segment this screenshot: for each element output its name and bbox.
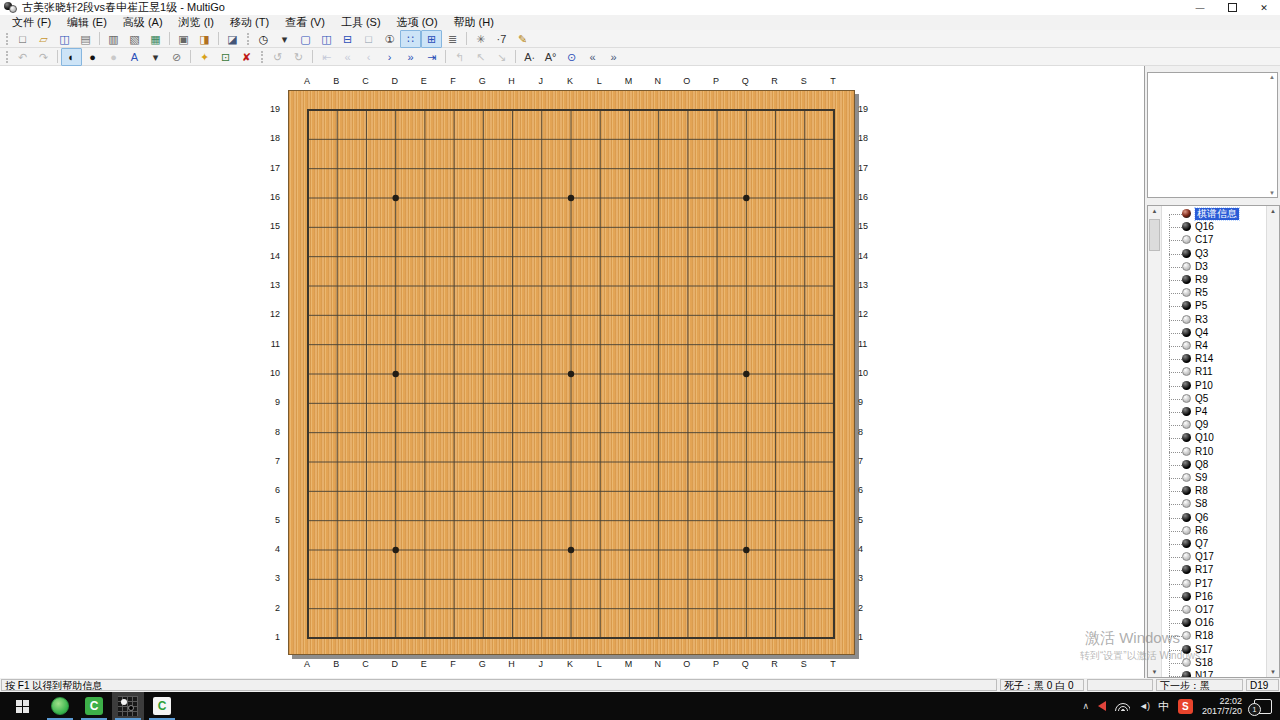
toolbar-separator xyxy=(99,32,100,45)
tree-node-move-32[interactable]: R18 xyxy=(1195,630,1213,642)
coord-letter-bottom-R: R xyxy=(765,659,785,669)
coord-number-left-10: 10 xyxy=(258,368,280,378)
coord-letter-bottom-S: S xyxy=(794,659,814,669)
coord-letter-top-J: J xyxy=(531,76,551,86)
tree-connector xyxy=(1169,372,1182,373)
coord-letter-bottom-M: M xyxy=(618,659,638,669)
windows-logo-icon xyxy=(16,700,29,713)
tree-node-root[interactable]: 棋谱信息 xyxy=(1195,208,1239,220)
toggle-node-list-button[interactable]: ⊞ xyxy=(421,30,442,48)
coord-letter-bottom-T: T xyxy=(823,659,843,669)
menu-item-8[interactable]: 帮助 (H) xyxy=(446,15,502,30)
star-point xyxy=(743,547,749,553)
tree-node-move-27[interactable]: R17 xyxy=(1195,564,1213,576)
stone-icon-black[interactable] xyxy=(1182,354,1191,363)
close-icon: ✕ xyxy=(1260,3,1268,13)
coord-number-left-9: 9 xyxy=(258,397,280,407)
scroll-down-icon[interactable]: ▼ xyxy=(1267,669,1279,675)
toolbar-separator xyxy=(218,32,219,45)
coord-number-left-15: 15 xyxy=(258,221,280,231)
coord-letter-top-M: M xyxy=(618,76,638,86)
notification-badge: 1 xyxy=(1248,703,1261,716)
camtasia-icon: C xyxy=(85,697,103,715)
save-as-button[interactable]: ▤ xyxy=(75,30,96,48)
tree-connector xyxy=(1169,676,1182,677)
taskbar-clock[interactable]: 22:02 2017/7/20 xyxy=(1202,696,1242,716)
view-plain-button[interactable]: □ xyxy=(358,30,379,48)
copy-button[interactable]: ▣ xyxy=(173,30,194,48)
undo-button[interactable]: ↶ xyxy=(12,48,33,66)
tree-node-move-30[interactable]: O17 xyxy=(1195,604,1214,616)
stone-icon-black[interactable] xyxy=(1182,249,1191,258)
toolbar-separator xyxy=(312,50,313,63)
coord-letter-top-C: C xyxy=(355,76,375,86)
taskbar-app-c[interactable]: C xyxy=(146,692,178,720)
toggle-next-move-mark-button[interactable]: ∷ xyxy=(400,30,421,48)
system-tray: ∧ ◄) 中 S 22:02 2017/7/20 1 xyxy=(1082,692,1278,720)
game-info-button[interactable]: ◪ xyxy=(222,30,243,48)
board-grid xyxy=(289,91,856,656)
tree-node-move-17[interactable]: Q10 xyxy=(1195,432,1214,444)
scroll-up-icon[interactable]: ▲ xyxy=(1148,208,1161,214)
find-white-move-button[interactable]: A° xyxy=(540,48,561,66)
tree-connector xyxy=(1169,584,1182,585)
stone-icon-black[interactable] xyxy=(1182,460,1191,469)
stone-icon-black[interactable] xyxy=(1182,381,1191,390)
tree-connector xyxy=(1169,570,1182,571)
tree-node-move-18[interactable]: R10 xyxy=(1195,446,1213,458)
restore-icon xyxy=(1228,3,1237,12)
restore-button[interactable] xyxy=(1216,0,1248,15)
stone-icon-black[interactable] xyxy=(1182,486,1191,495)
coord-letter-bottom-A: A xyxy=(297,659,317,669)
coord-number-right-7: 7 xyxy=(858,456,880,466)
stone-icon-white[interactable] xyxy=(1182,262,1191,271)
edit-move-number-button[interactable]: ·7 xyxy=(491,30,512,48)
coord-letter-bottom-E: E xyxy=(414,659,434,669)
tree-node-move-15[interactable]: P4 xyxy=(1195,406,1207,418)
paste-button[interactable]: ◨ xyxy=(194,30,215,48)
coord-number-left-14: 14 xyxy=(258,251,280,261)
new-file-button[interactable]: □ xyxy=(12,30,33,48)
wifi-icon[interactable] xyxy=(1115,701,1130,711)
coord-number-right-8: 8 xyxy=(858,427,880,437)
star-point xyxy=(392,371,398,377)
coord-letter-top-A: A xyxy=(297,76,317,86)
nav-last-button[interactable]: ⇥ xyxy=(421,48,442,66)
window-title: 古美张晓轩2段vs春申崔正昱1级 - MultiGo xyxy=(22,0,225,15)
stone-icon-white[interactable] xyxy=(1182,473,1191,482)
toolbar-separator xyxy=(445,50,446,63)
minimize-icon: — xyxy=(1196,3,1205,13)
nav-back10-button[interactable]: « xyxy=(337,48,358,66)
tree-connector xyxy=(1169,214,1182,215)
coord-letter-top-R: R xyxy=(765,76,785,86)
coord-number-left-12: 12 xyxy=(258,309,280,319)
stone-icon-black[interactable] xyxy=(1182,513,1191,522)
tree-node-move-4[interactable]: D3 xyxy=(1195,261,1208,273)
coord-number-right-3: 3 xyxy=(858,573,880,583)
stone-icon-white[interactable] xyxy=(1182,367,1191,376)
coord-letter-top-F: F xyxy=(443,76,463,86)
menu-item-7[interactable]: 选项 (O) xyxy=(389,15,446,30)
coord-letter-bottom-J: J xyxy=(531,659,551,669)
tools-button[interactable]: ✳ xyxy=(470,30,491,48)
nav-first-button[interactable]: ⇤ xyxy=(316,48,337,66)
menu-item-2[interactable]: 高级 (A) xyxy=(115,15,171,30)
coord-number-right-10: 10 xyxy=(858,368,880,378)
tree-connector xyxy=(1169,452,1182,453)
menu-item-4[interactable]: 移动 (T) xyxy=(222,15,277,30)
mode-alternate-button[interactable]: ◐ xyxy=(61,48,82,66)
coord-number-right-11: 11 xyxy=(858,339,880,349)
delete-node-button[interactable]: ✘ xyxy=(236,48,257,66)
minimize-button[interactable]: — xyxy=(1184,0,1216,15)
coord-letter-top-T: T xyxy=(823,76,843,86)
tree-node-move-24[interactable]: R6 xyxy=(1195,525,1208,537)
stone-icon-white[interactable] xyxy=(1182,420,1191,429)
mode-erase-button[interactable]: ⊘ xyxy=(166,48,187,66)
setup-position-button[interactable]: ⊡ xyxy=(215,48,236,66)
star-point xyxy=(392,195,398,201)
tree-connector xyxy=(1169,267,1182,268)
star-point xyxy=(568,371,574,377)
mode-label-button[interactable]: A xyxy=(124,48,145,66)
coord-letter-bottom-C: C xyxy=(355,659,375,669)
clock-date: 2017/7/20 xyxy=(1202,706,1242,716)
tree-node-move-26[interactable]: Q17 xyxy=(1195,551,1214,563)
coord-number-right-4: 4 xyxy=(858,544,880,554)
start-button[interactable] xyxy=(0,692,44,720)
autoplay-clock-button[interactable]: ◷ xyxy=(253,30,274,48)
coord-number-left-4: 4 xyxy=(258,544,280,554)
coord-letter-top-D: D xyxy=(385,76,405,86)
tree-connector xyxy=(1169,650,1182,651)
stone-icon-white[interactable] xyxy=(1182,394,1191,403)
tree-node-move-14[interactable]: Q5 xyxy=(1195,393,1208,405)
coord-number-left-11: 11 xyxy=(258,339,280,349)
stone-icon-black[interactable] xyxy=(1182,222,1191,231)
rotate-cw-button[interactable]: ↻ xyxy=(288,48,309,66)
scroll-up-icon[interactable]: ▲ xyxy=(1267,208,1279,214)
var-next-button[interactable]: ↘ xyxy=(491,48,512,66)
tree-connector xyxy=(1169,531,1182,532)
tree-scrollbar-right[interactable]: ▲ ▼ xyxy=(1266,206,1279,677)
tree-scrollbar-left[interactable]: ▲ ▼ xyxy=(1148,206,1162,677)
comment-scroll-up-icon[interactable]: ▲ xyxy=(1269,74,1275,80)
coord-number-left-1: 1 xyxy=(258,632,280,642)
coord-letter-bottom-B: B xyxy=(326,659,346,669)
stone-icon-black[interactable] xyxy=(1182,433,1191,442)
ime-indicator[interactable]: 中 xyxy=(1158,699,1169,714)
tree-node-move-29[interactable]: P16 xyxy=(1195,591,1213,603)
coord-letter-top-O: O xyxy=(677,76,697,86)
coord-number-right-18: 18 xyxy=(858,133,880,143)
tree-node-move-28[interactable]: P17 xyxy=(1195,578,1213,590)
tree-node-move-22[interactable]: S8 xyxy=(1195,498,1207,510)
save-file-button[interactable]: ◫ xyxy=(54,30,75,48)
coord-letter-top-L: L xyxy=(589,76,609,86)
mode-white-stone-button[interactable]: ● xyxy=(103,48,124,66)
browser-icon xyxy=(51,697,69,715)
find-button[interactable]: ⊙ xyxy=(561,48,582,66)
mode-black-stone-button[interactable]: ● xyxy=(82,48,103,66)
coord-number-right-15: 15 xyxy=(858,221,880,231)
menu-bar: 文件 (F)编辑 (E)高级 (A)浏览 (I)移动 (T)查看 (V)工具 (… xyxy=(0,15,1280,30)
var-prev-button[interactable]: ↖ xyxy=(470,48,491,66)
comment-panel[interactable]: ▲ ▼ xyxy=(1147,72,1278,198)
stone-icon-black[interactable] xyxy=(1182,618,1191,627)
tree-node-move-31[interactable]: O16 xyxy=(1195,617,1214,629)
tree-connector xyxy=(1169,346,1182,347)
tree-node-move-2[interactable]: C17 xyxy=(1195,234,1213,246)
tree-connector xyxy=(1169,438,1182,439)
nav-back-button[interactable]: ‹ xyxy=(358,48,379,66)
tree-node-move-23[interactable]: Q6 xyxy=(1195,512,1208,524)
tree-node-move-20[interactable]: S9 xyxy=(1195,472,1207,484)
var-parent-button[interactable]: ↰ xyxy=(449,48,470,66)
coord-letter-bottom-N: N xyxy=(648,659,668,669)
tree-node-move-8[interactable]: R3 xyxy=(1195,314,1208,326)
nav-forward-button[interactable]: › xyxy=(379,48,400,66)
stone-icon-white[interactable] xyxy=(1182,315,1191,324)
tree-node-move-6[interactable]: R5 xyxy=(1195,287,1208,299)
redo-button[interactable]: ↷ xyxy=(33,48,54,66)
tree-connector xyxy=(1169,386,1182,387)
stone-icon-white[interactable] xyxy=(1182,579,1191,588)
find-black-move-button[interactable]: A∙ xyxy=(519,48,540,66)
stone-icon-black[interactable] xyxy=(1182,645,1191,654)
tree-node-move-35[interactable]: N17 xyxy=(1195,670,1213,677)
right-panel: ▲ ▼ ▲ ▼ 棋谱信息Q16C17Q3D3R9R5P5R3Q4R4R14R11… xyxy=(1145,66,1280,678)
go-board-icon xyxy=(118,696,138,716)
coord-letter-top-G: G xyxy=(472,76,492,86)
tree-node-move-34[interactable]: S18 xyxy=(1195,657,1213,669)
star-point xyxy=(392,547,398,553)
tree-node-move-12[interactable]: R11 xyxy=(1195,366,1213,378)
stone-icon-black[interactable] xyxy=(1182,275,1191,284)
go-board[interactable] xyxy=(288,90,855,655)
tree-connector xyxy=(1169,478,1182,479)
coord-number-left-17: 17 xyxy=(258,163,280,173)
stone-icon-white[interactable] xyxy=(1182,499,1191,508)
coord-letter-top-Q: Q xyxy=(735,76,755,86)
toolbar-edit-navigate: ↶↷◐●●A▾⊘✦⊡✘↺↻⇤«‹›»⇥↰↖↘A∙A°⊙«» xyxy=(0,48,1280,66)
stone-icon-black[interactable] xyxy=(1182,671,1191,677)
stone-icon-black[interactable] xyxy=(1182,565,1191,574)
taskbar-app-multigo[interactable] xyxy=(112,692,144,720)
coord-letter-bottom-L: L xyxy=(589,659,609,669)
clean-board-button[interactable]: ✎ xyxy=(512,30,533,48)
tree-node-move-33[interactable]: S17 xyxy=(1195,644,1213,656)
title-bar: 古美张晓轩2段vs春申崔正昱1级 - MultiGo — ✕ xyxy=(0,0,1280,16)
tree-node-move-5[interactable]: R9 xyxy=(1195,274,1208,286)
status-mouse-coordinate: D19 xyxy=(1246,679,1279,691)
tree-connector xyxy=(1169,557,1182,558)
taskbar-app-browser[interactable] xyxy=(44,692,76,720)
speaker-icon[interactable]: ◄) xyxy=(1139,701,1149,711)
coord-letter-top-E: E xyxy=(414,76,434,86)
taskbar-app-camtasia[interactable]: C xyxy=(78,692,110,720)
coord-number-right-9: 9 xyxy=(858,397,880,407)
c-app-icon: C xyxy=(153,697,171,715)
stone-icon-white[interactable] xyxy=(1182,526,1191,535)
sogou-icon[interactable]: S xyxy=(1178,699,1193,714)
move-tree-list: 棋谱信息Q16C17Q3D3R9R5P5R3Q4R4R14R11P10Q5P4Q… xyxy=(1161,206,1267,677)
stone-icon-white[interactable] xyxy=(1182,631,1191,640)
tree-connector xyxy=(1169,280,1182,281)
stone-icon-white[interactable] xyxy=(1182,447,1191,456)
star-point xyxy=(568,547,574,553)
coord-number-left-7: 7 xyxy=(258,456,280,466)
coord-number-left-3: 3 xyxy=(258,573,280,583)
coord-letter-bottom-O: O xyxy=(677,659,697,669)
tree-connector xyxy=(1169,491,1182,492)
coord-letter-bottom-G: G xyxy=(472,659,492,669)
multigo-app-icon xyxy=(4,2,17,14)
tree-node-move-16[interactable]: Q9 xyxy=(1195,419,1208,431)
tree-node-move-21[interactable]: R8 xyxy=(1195,485,1208,497)
status-help-text: 按 F1 以得到帮助信息 xyxy=(1,679,997,691)
stone-icon-black[interactable] xyxy=(1182,301,1191,310)
tree-node-move-25[interactable]: Q7 xyxy=(1195,538,1208,550)
coord-letter-bottom-D: D xyxy=(385,659,405,669)
tree-connector xyxy=(1169,597,1182,598)
tree-connector xyxy=(1169,623,1182,624)
move-tree-panel: ▲ ▼ 棋谱信息Q16C17Q3D3R9R5P5R3Q4R4R14R11P10Q… xyxy=(1147,205,1280,678)
coord-number-right-6: 6 xyxy=(858,485,880,495)
tree-connector xyxy=(1169,465,1182,466)
toolbar-separator xyxy=(466,32,467,45)
coord-letter-bottom-K: K xyxy=(560,659,580,669)
stone-icon-black[interactable] xyxy=(1182,539,1191,548)
tree-connector xyxy=(1169,425,1182,426)
find-next-button[interactable]: » xyxy=(603,48,624,66)
scroll-down-icon[interactable]: ▼ xyxy=(1148,669,1161,675)
coord-number-left-2: 2 xyxy=(258,603,280,613)
toolbar-separator xyxy=(515,50,516,63)
board-area: AABBCCDDEEFFGGHHJJKKLLMMNNOOPPQQRRSSTT19… xyxy=(0,66,1145,678)
tree-node-move-13[interactable]: P10 xyxy=(1195,380,1213,392)
stone-icon-white[interactable] xyxy=(1182,658,1191,667)
coord-number-right-14: 14 xyxy=(858,251,880,261)
toolbar-grip xyxy=(247,33,249,45)
coord-letter-bottom-H: H xyxy=(502,659,522,669)
toolbar-separator xyxy=(190,50,191,63)
print-button[interactable]: ▥ xyxy=(103,30,124,48)
pass-button[interactable]: ✦ xyxy=(194,48,215,66)
stone-icon-white[interactable] xyxy=(1182,288,1191,297)
stone-icon-black[interactable] xyxy=(1182,407,1191,416)
coord-letter-bottom-F: F xyxy=(443,659,463,669)
coord-letter-top-P: P xyxy=(706,76,726,86)
open-file-button[interactable]: ▱ xyxy=(33,30,54,48)
comment-scroll-down-icon[interactable]: ▼ xyxy=(1269,190,1275,196)
tree-trunk-line xyxy=(1169,214,1170,677)
toolbar-grip xyxy=(6,51,8,63)
stone-icon-black[interactable] xyxy=(1182,328,1191,337)
show-move-number-button[interactable]: ① xyxy=(379,30,400,48)
tree-connector xyxy=(1169,227,1182,228)
coord-letter-top-H: H xyxy=(502,76,522,86)
export-image-button[interactable]: ▦ xyxy=(145,30,166,48)
rotate-ccw-button[interactable]: ↺ xyxy=(267,48,288,66)
show-tree-button[interactable]: ≣ xyxy=(442,30,463,48)
tree-node-move-1[interactable]: Q16 xyxy=(1195,221,1214,233)
stone-icon-white[interactable] xyxy=(1182,605,1191,614)
nav-forward10-button[interactable]: » xyxy=(400,48,421,66)
coord-number-left-13: 13 xyxy=(258,280,280,290)
tree-connector xyxy=(1169,663,1182,664)
tree-node-move-7[interactable]: P5 xyxy=(1195,300,1207,312)
tray-expand-icon[interactable]: ∧ xyxy=(1082,701,1089,711)
star-point xyxy=(743,195,749,201)
toolbar-grip xyxy=(6,33,8,45)
flag-icon[interactable] xyxy=(1098,701,1106,711)
mode-label-caret-button[interactable]: ▾ xyxy=(145,48,166,66)
view-split-horizontal-button[interactable]: ⊟ xyxy=(337,30,358,48)
star-point xyxy=(743,371,749,377)
tree-connector xyxy=(1169,359,1182,360)
tree-connector xyxy=(1169,610,1182,611)
root-node-icon[interactable] xyxy=(1182,209,1191,218)
status-captures: 死子：黑 0 白 0 xyxy=(1000,679,1084,691)
menu-item-5[interactable]: 查看 (V) xyxy=(277,15,333,30)
find-prev-button[interactable]: « xyxy=(582,48,603,66)
stone-icon-white[interactable] xyxy=(1182,552,1191,561)
tree-node-move-19[interactable]: Q8 xyxy=(1195,459,1208,471)
taskbar: C C ∧ ◄) 中 S 22:02 2017/7/20 1 xyxy=(0,692,1280,720)
tree-node-move-9[interactable]: Q4 xyxy=(1195,327,1208,339)
notification-icon[interactable]: 1 xyxy=(1254,699,1272,714)
tree-connector xyxy=(1169,544,1182,545)
autoplay-caret-button[interactable]: ▾ xyxy=(274,30,295,48)
stone-icon-black[interactable] xyxy=(1182,592,1191,601)
status-next-move: 下一步：黑 xyxy=(1156,679,1243,691)
coord-letter-top-N: N xyxy=(648,76,668,86)
stone-icon-white[interactable] xyxy=(1182,341,1191,350)
app-window: 古美张晓轩2段vs春申崔正昱1级 - MultiGo — ✕ 文件 (F)编辑 … xyxy=(0,0,1280,720)
tree-connector xyxy=(1169,399,1182,400)
tree-node-move-11[interactable]: R14 xyxy=(1195,353,1213,365)
menu-item-6[interactable]: 工具 (S) xyxy=(333,15,389,30)
tree-node-move-10[interactable]: R4 xyxy=(1195,340,1208,352)
coord-letter-bottom-Q: Q xyxy=(735,659,755,669)
menu-item-1[interactable]: 编辑 (E) xyxy=(59,15,115,30)
menu-item-3[interactable]: 浏览 (I) xyxy=(171,15,222,30)
toolbar-separator xyxy=(169,32,170,45)
tree-connector xyxy=(1169,412,1182,413)
close-button[interactable]: ✕ xyxy=(1248,0,1280,15)
view-board-only-button[interactable]: ▢ xyxy=(295,30,316,48)
print-preview-button[interactable]: ▧ xyxy=(124,30,145,48)
tree-connector xyxy=(1169,254,1182,255)
coord-number-left-6: 6 xyxy=(258,485,280,495)
coord-number-left-8: 8 xyxy=(258,427,280,437)
view-split-vertical-button[interactable]: ◫ xyxy=(316,30,337,48)
tree-node-move-3[interactable]: Q3 xyxy=(1195,248,1208,260)
star-point xyxy=(568,195,574,201)
menu-item-0[interactable]: 文件 (F) xyxy=(4,15,59,30)
coord-letter-top-K: K xyxy=(560,76,580,86)
scroll-thumb[interactable] xyxy=(1149,219,1160,251)
stone-icon-white[interactable] xyxy=(1182,235,1191,244)
coord-number-left-19: 19 xyxy=(258,104,280,114)
coord-number-left-18: 18 xyxy=(258,133,280,143)
coord-number-left-16: 16 xyxy=(258,192,280,202)
tree-connector xyxy=(1169,320,1182,321)
tree-connector xyxy=(1169,518,1182,519)
